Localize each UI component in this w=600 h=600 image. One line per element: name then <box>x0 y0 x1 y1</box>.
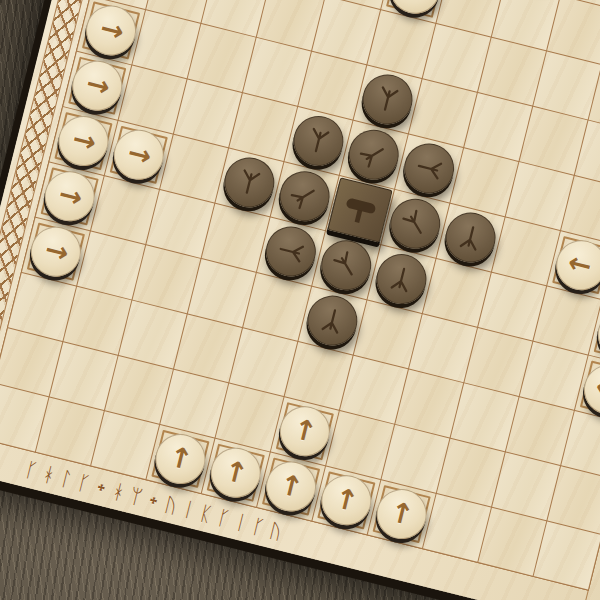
tiwaz-arrow-icon: ↑ <box>332 484 362 517</box>
tiwaz-arrow-icon: ↑ <box>565 250 598 280</box>
attacker-piece-a7[interactable]: ↑ <box>67 55 128 116</box>
tiwaz-arrow-icon: ↑ <box>122 140 155 170</box>
tiwaz-arrow-icon: ↑ <box>290 415 320 448</box>
algiz-rune-icon <box>284 176 325 217</box>
attacker-piece-a5[interactable]: ↑ <box>39 166 100 227</box>
defender-piece-g5[interactable] <box>371 249 432 310</box>
algiz-rune-icon <box>231 164 267 200</box>
tiwaz-arrow-icon: ↑ <box>400 0 430 5</box>
attacker-piece-h1[interactable]: ↑ <box>371 484 432 545</box>
defender-piece-f7[interactable] <box>343 124 404 185</box>
algiz-rune-icon <box>300 123 336 159</box>
tiwaz-arrow-icon: ↑ <box>39 237 72 267</box>
tiwaz-arrow-icon: ↑ <box>276 470 306 503</box>
defender-piece-d6[interactable] <box>219 152 280 213</box>
attacker-piece-d1[interactable]: ↑ <box>150 429 211 490</box>
algiz-rune-icon <box>383 261 419 297</box>
cell-k1[interactable] <box>534 522 600 590</box>
mjolnir-hammer-icon <box>339 189 380 230</box>
tiwaz-arrow-icon: ↑ <box>81 71 114 101</box>
attacker-piece-a8[interactable]: ↑ <box>81 0 142 61</box>
defender-piece-f4[interactable] <box>302 290 363 351</box>
defender-piece-g6[interactable] <box>385 193 446 254</box>
defender-piece-e6[interactable] <box>274 166 335 227</box>
tiwaz-arrow-icon: ↑ <box>387 498 417 531</box>
tiwaz-arrow-icon: ↑ <box>166 443 196 476</box>
defender-piece-e5[interactable] <box>261 221 322 282</box>
king-piece-f6[interactable] <box>328 178 393 243</box>
defender-piece-e7[interactable] <box>288 111 349 172</box>
algiz-rune-icon <box>452 219 488 255</box>
attacker-piece-a4[interactable]: ↑ <box>25 221 86 282</box>
attacker-piece-j6[interactable]: ↑ <box>551 235 600 296</box>
attacker-piece-f2[interactable]: ↑ <box>274 401 335 462</box>
algiz-rune-icon <box>326 245 367 286</box>
algiz-rune-icon <box>369 81 405 117</box>
tiwaz-arrow-icon: ↑ <box>221 456 251 489</box>
algiz-rune-icon <box>353 134 394 175</box>
tiwaz-arrow-icon: ↑ <box>53 182 86 212</box>
defender-piece-f8[interactable] <box>357 69 418 130</box>
attacker-piece-e1[interactable]: ↑ <box>205 442 266 503</box>
algiz-rune-icon <box>273 233 309 269</box>
algiz-rune-icon <box>411 150 447 186</box>
algiz-rune-icon <box>314 302 350 338</box>
attacker-piece-b6[interactable]: ↑ <box>108 124 169 185</box>
attacker-piece-f1[interactable]: ↑ <box>261 456 322 517</box>
tiwaz-arrow-icon: ↑ <box>67 126 100 156</box>
tiwaz-arrow-icon: ↑ <box>593 375 600 405</box>
defender-piece-h6[interactable] <box>440 207 501 268</box>
attacker-piece-a6[interactable]: ↑ <box>53 111 114 172</box>
defender-piece-g7[interactable] <box>399 138 460 199</box>
tiwaz-arrow-icon: ↑ <box>95 16 128 46</box>
algiz-rune-icon <box>395 203 436 244</box>
defender-piece-f5[interactable] <box>316 235 377 296</box>
attacker-piece-g1[interactable]: ↑ <box>316 470 377 531</box>
